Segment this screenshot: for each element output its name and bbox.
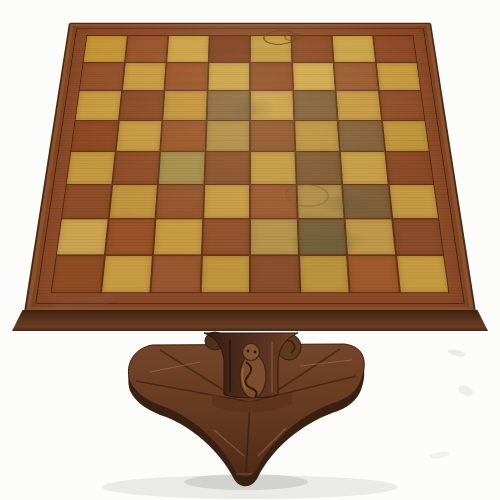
pedestal [0, 0, 500, 500]
photo-backdrop [0, 0, 500, 500]
